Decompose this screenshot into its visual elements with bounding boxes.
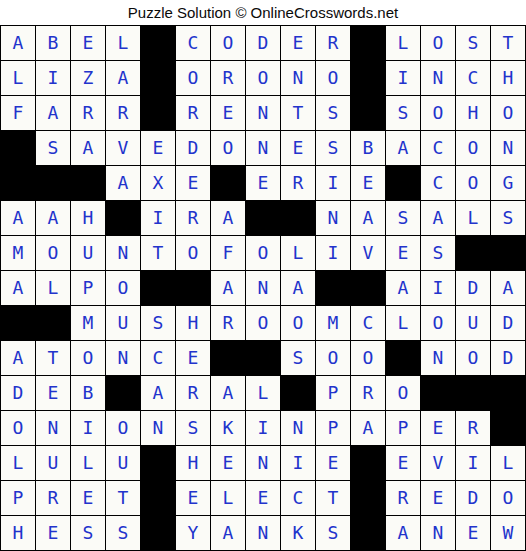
letter-cell-r1c2: B	[36, 26, 70, 60]
letter-cell-r12c14: R	[456, 411, 490, 445]
block-cell-r3c11	[351, 96, 385, 130]
letter-cell-r4c12: A	[386, 131, 420, 165]
letter-cell-r4c14: O	[456, 131, 490, 165]
letter-cell-r3c4: R	[106, 96, 140, 130]
letter-cell-r2c8: O	[246, 61, 280, 95]
letter-cell-r9c10: M	[316, 306, 350, 340]
letter-cell-r4c9: E	[281, 131, 315, 165]
block-cell-r5c1	[1, 166, 35, 200]
letter-cell-r10c6: E	[176, 341, 210, 375]
letter-cell-r11c10: P	[316, 376, 350, 410]
letter-cell-r10c1: A	[1, 341, 35, 375]
letter-cell-r11c11: R	[351, 376, 385, 410]
letter-cell-r4c15: N	[491, 131, 525, 165]
letter-cell-r11c1: D	[1, 376, 35, 410]
letter-cell-r2c4: A	[106, 61, 140, 95]
letter-cell-r7c11: V	[351, 236, 385, 270]
letter-cell-r7c1: M	[1, 236, 35, 270]
letter-cell-r1c3: E	[71, 26, 105, 60]
letter-cell-r5c11: E	[351, 166, 385, 200]
block-cell-r9c1	[1, 306, 35, 340]
letter-cell-r7c4: N	[106, 236, 140, 270]
letter-cell-r10c13: N	[421, 341, 455, 375]
letter-cell-r6c3: H	[71, 201, 105, 235]
block-cell-r11c14	[456, 376, 490, 410]
block-cell-r3c5	[141, 96, 175, 130]
letter-cell-r8c7: A	[211, 271, 245, 305]
block-cell-r14c11	[351, 481, 385, 515]
letter-cell-r5c6: E	[176, 166, 210, 200]
letter-cell-r8c2: L	[36, 271, 70, 305]
letter-cell-r14c1: P	[1, 481, 35, 515]
letter-cell-r9c11: C	[351, 306, 385, 340]
letter-cell-r15c14: E	[456, 516, 490, 550]
block-cell-r11c9	[281, 376, 315, 410]
block-cell-r8c5	[141, 271, 175, 305]
letter-cell-r6c15: S	[491, 201, 525, 235]
letter-cell-r2c14: C	[456, 61, 490, 95]
letter-cell-r6c11: A	[351, 201, 385, 235]
letter-cell-r5c8: E	[246, 166, 280, 200]
letter-cell-r14c7: L	[211, 481, 245, 515]
letter-cell-r2c15: H	[491, 61, 525, 95]
letter-cell-r10c15: D	[491, 341, 525, 375]
letter-cell-r3c13: O	[421, 96, 455, 130]
letter-cell-r2c6: O	[176, 61, 210, 95]
letter-cell-r13c4: U	[106, 446, 140, 480]
letter-cell-r7c13: S	[421, 236, 455, 270]
letter-cell-r9c4: U	[106, 306, 140, 340]
letter-cell-r4c8: N	[246, 131, 280, 165]
block-cell-r7c15	[491, 236, 525, 270]
letter-cell-r15c4: S	[106, 516, 140, 550]
letter-cell-r10c9: S	[281, 341, 315, 375]
letter-cell-r14c9: C	[281, 481, 315, 515]
letter-cell-r9c8: O	[246, 306, 280, 340]
letter-cell-r6c5: I	[141, 201, 175, 235]
block-cell-r5c2	[36, 166, 70, 200]
letter-cell-r3c2: A	[36, 96, 70, 130]
letter-cell-r11c6: R	[176, 376, 210, 410]
letter-cell-r13c6: H	[176, 446, 210, 480]
letter-cell-r4c11: B	[351, 131, 385, 165]
letter-cell-r2c13: N	[421, 61, 455, 95]
letter-cell-r15c13: N	[421, 516, 455, 550]
letter-cell-r6c6: R	[176, 201, 210, 235]
letter-cell-r5c5: X	[141, 166, 175, 200]
letter-cell-r9c6: H	[176, 306, 210, 340]
letter-cell-r12c6: S	[176, 411, 210, 445]
letter-cell-r8c1: A	[1, 271, 35, 305]
block-cell-r6c9	[281, 201, 315, 235]
letter-cell-r5c15: G	[491, 166, 525, 200]
letter-cell-r7c7: F	[211, 236, 245, 270]
block-cell-r1c11	[351, 26, 385, 60]
letter-cell-r9c9: O	[281, 306, 315, 340]
letter-cell-r12c8: I	[246, 411, 280, 445]
letter-cell-r13c15: L	[491, 446, 525, 480]
letter-cell-r1c13: O	[421, 26, 455, 60]
block-cell-r8c6	[176, 271, 210, 305]
letter-cell-r12c2: N	[36, 411, 70, 445]
letter-cell-r7c2: O	[36, 236, 70, 270]
letter-cell-r15c10: S	[316, 516, 350, 550]
letter-cell-r15c3: S	[71, 516, 105, 550]
block-cell-r1c5	[141, 26, 175, 60]
block-cell-r5c12	[386, 166, 420, 200]
letter-cell-r14c10: T	[316, 481, 350, 515]
block-cell-r15c5	[141, 516, 175, 550]
letter-cell-r5c4: A	[106, 166, 140, 200]
letter-cell-r4c6: D	[176, 131, 210, 165]
letter-cell-r13c12: E	[386, 446, 420, 480]
block-cell-r10c7	[211, 341, 245, 375]
letter-cell-r3c15: O	[491, 96, 525, 130]
letter-cell-r12c4: O	[106, 411, 140, 445]
letter-cell-r14c12: R	[386, 481, 420, 515]
letter-cell-r4c13: C	[421, 131, 455, 165]
block-cell-r5c3	[71, 166, 105, 200]
letter-cell-r2c12: I	[386, 61, 420, 95]
letter-cell-r2c9: N	[281, 61, 315, 95]
letter-cell-r15c2: E	[36, 516, 70, 550]
letter-cell-r12c9: N	[281, 411, 315, 445]
letter-cell-r3c12: S	[386, 96, 420, 130]
letter-cell-r1c8: D	[246, 26, 280, 60]
letter-cell-r10c11: O	[351, 341, 385, 375]
letter-cell-r8c14: D	[456, 271, 490, 305]
letter-cell-r12c11: A	[351, 411, 385, 445]
letter-cell-r7c12: E	[386, 236, 420, 270]
letter-cell-r6c12: S	[386, 201, 420, 235]
block-cell-r10c12	[386, 341, 420, 375]
letter-cell-r6c1: A	[1, 201, 35, 235]
letter-cell-r14c4: T	[106, 481, 140, 515]
puzzle-solution-page: Puzzle Solution © OnlineCrosswords.net A…	[0, 0, 526, 551]
letter-cell-r9c15: D	[491, 306, 525, 340]
block-cell-r11c4	[106, 376, 140, 410]
letter-cell-r15c1: H	[1, 516, 35, 550]
letter-cell-r2c3: Z	[71, 61, 105, 95]
letter-cell-r4c3: A	[71, 131, 105, 165]
letter-cell-r4c10: S	[316, 131, 350, 165]
letter-cell-r7c6: O	[176, 236, 210, 270]
letter-cell-r9c13: O	[421, 306, 455, 340]
letter-cell-r8c15: A	[491, 271, 525, 305]
letter-cell-r14c2: R	[36, 481, 70, 515]
block-cell-r4c1	[1, 131, 35, 165]
letter-cell-r9c7: R	[211, 306, 245, 340]
letter-cell-r13c1: L	[1, 446, 35, 480]
letter-cell-r9c3: M	[71, 306, 105, 340]
block-cell-r13c5	[141, 446, 175, 480]
crossword-board: ABELCODERLOSTLIZAORONOINCHFARRRENTSSOHOS…	[0, 25, 526, 551]
letter-cell-r4c7: O	[211, 131, 245, 165]
block-cell-r15c11	[351, 516, 385, 550]
letter-cell-r15c8: N	[246, 516, 280, 550]
letter-cell-r7c10: I	[316, 236, 350, 270]
block-cell-r5c7	[211, 166, 245, 200]
block-cell-r12c15	[491, 411, 525, 445]
letter-cell-r11c3: B	[71, 376, 105, 410]
block-cell-r11c15	[491, 376, 525, 410]
letter-cell-r15c12: A	[386, 516, 420, 550]
block-cell-r2c5	[141, 61, 175, 95]
letter-cell-r10c4: N	[106, 341, 140, 375]
letter-cell-r3c6: R	[176, 96, 210, 130]
letter-cell-r5c13: C	[421, 166, 455, 200]
letter-cell-r3c14: H	[456, 96, 490, 130]
letter-cell-r15c6: Y	[176, 516, 210, 550]
letter-cell-r13c3: L	[71, 446, 105, 480]
letter-cell-r11c5: A	[141, 376, 175, 410]
letter-cell-r14c8: E	[246, 481, 280, 515]
letter-cell-r11c12: O	[386, 376, 420, 410]
letter-cell-r1c14: S	[456, 26, 490, 60]
letter-cell-r14c6: E	[176, 481, 210, 515]
letter-cell-r12c1: O	[1, 411, 35, 445]
letter-cell-r7c3: U	[71, 236, 105, 270]
letter-cell-r13c13: V	[421, 446, 455, 480]
letter-cell-r11c7: A	[211, 376, 245, 410]
block-cell-r8c11	[351, 271, 385, 305]
letter-cell-r9c14: U	[456, 306, 490, 340]
letter-cell-r4c2: S	[36, 131, 70, 165]
letter-cell-r3c3: R	[71, 96, 105, 130]
letter-cell-r1c9: E	[281, 26, 315, 60]
letter-cell-r14c3: E	[71, 481, 105, 515]
letter-cell-r13c10: E	[316, 446, 350, 480]
letter-cell-r2c2: I	[36, 61, 70, 95]
letter-cell-r8c4: O	[106, 271, 140, 305]
letter-cell-r2c10: O	[316, 61, 350, 95]
letter-cell-r10c5: C	[141, 341, 175, 375]
letter-cell-r5c10: I	[316, 166, 350, 200]
letter-cell-r13c2: U	[36, 446, 70, 480]
letter-cell-r13c9: I	[281, 446, 315, 480]
letter-cell-r15c9: K	[281, 516, 315, 550]
letter-cell-r10c10: O	[316, 341, 350, 375]
letter-cell-r9c5: S	[141, 306, 175, 340]
letter-cell-r5c14: O	[456, 166, 490, 200]
letter-cell-r6c14: L	[456, 201, 490, 235]
letter-cell-r12c10: P	[316, 411, 350, 445]
block-cell-r11c13	[421, 376, 455, 410]
letter-cell-r8c12: A	[386, 271, 420, 305]
letter-cell-r10c14: O	[456, 341, 490, 375]
letter-cell-r4c4: V	[106, 131, 140, 165]
letter-cell-r14c14: D	[456, 481, 490, 515]
letter-cell-r1c4: L	[106, 26, 140, 60]
letter-cell-r12c3: I	[71, 411, 105, 445]
block-cell-r6c4	[106, 201, 140, 235]
letter-cell-r9c12: L	[386, 306, 420, 340]
letter-cell-r12c13: E	[421, 411, 455, 445]
letter-cell-r13c8: N	[246, 446, 280, 480]
letter-cell-r8c13: I	[421, 271, 455, 305]
letter-cell-r10c2: T	[36, 341, 70, 375]
letter-cell-r6c13: A	[421, 201, 455, 235]
letter-cell-r12c12: P	[386, 411, 420, 445]
letter-cell-r11c2: E	[36, 376, 70, 410]
letter-cell-r3c10: S	[316, 96, 350, 130]
letter-cell-r1c10: R	[316, 26, 350, 60]
letter-cell-r5c9: R	[281, 166, 315, 200]
letter-cell-r8c3: P	[71, 271, 105, 305]
block-cell-r13c11	[351, 446, 385, 480]
letter-cell-r3c7: E	[211, 96, 245, 130]
letter-cell-r2c7: R	[211, 61, 245, 95]
letter-cell-r2c1: L	[1, 61, 35, 95]
block-cell-r8c10	[316, 271, 350, 305]
block-cell-r2c11	[351, 61, 385, 95]
letter-cell-r6c2: A	[36, 201, 70, 235]
letter-cell-r1c6: C	[176, 26, 210, 60]
letter-cell-r6c7: A	[211, 201, 245, 235]
letter-cell-r1c15: T	[491, 26, 525, 60]
block-cell-r10c8	[246, 341, 280, 375]
letter-cell-r13c7: E	[211, 446, 245, 480]
block-cell-r14c5	[141, 481, 175, 515]
letter-cell-r3c9: T	[281, 96, 315, 130]
letter-cell-r1c12: L	[386, 26, 420, 60]
letter-cell-r1c7: O	[211, 26, 245, 60]
letter-cell-r4c5: E	[141, 131, 175, 165]
letter-cell-r7c5: T	[141, 236, 175, 270]
letter-cell-r3c1: F	[1, 96, 35, 130]
letter-cell-r14c15: O	[491, 481, 525, 515]
letter-cell-r10c3: O	[71, 341, 105, 375]
letter-cell-r15c15: W	[491, 516, 525, 550]
letter-cell-r13c14: I	[456, 446, 490, 480]
letter-cell-r1c1: A	[1, 26, 35, 60]
letter-cell-r15c7: A	[211, 516, 245, 550]
page-title: Puzzle Solution © OnlineCrosswords.net	[0, 0, 526, 25]
block-cell-r9c2	[36, 306, 70, 340]
block-cell-r6c8	[246, 201, 280, 235]
letter-cell-r7c8: O	[246, 236, 280, 270]
letter-cell-r14c13: E	[421, 481, 455, 515]
letter-cell-r3c8: N	[246, 96, 280, 130]
letter-cell-r12c7: K	[211, 411, 245, 445]
letter-cell-r8c9: A	[281, 271, 315, 305]
block-cell-r7c14	[456, 236, 490, 270]
letter-cell-r8c8: N	[246, 271, 280, 305]
letter-cell-r7c9: L	[281, 236, 315, 270]
letter-cell-r11c8: L	[246, 376, 280, 410]
letter-cell-r6c10: N	[316, 201, 350, 235]
letter-cell-r12c5: N	[141, 411, 175, 445]
